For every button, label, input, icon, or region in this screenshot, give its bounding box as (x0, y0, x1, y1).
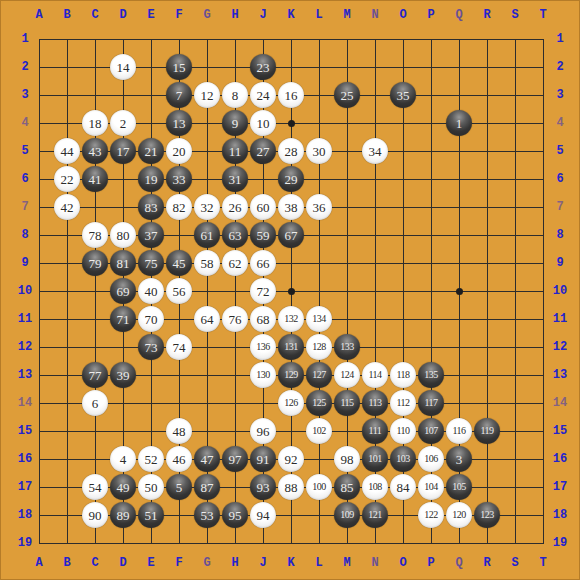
stone-white-f15[interactable]: 48 (166, 418, 192, 444)
stone-white-l5[interactable]: 30 (306, 138, 332, 164)
stone-white-g7[interactable]: 32 (194, 194, 220, 220)
stone-white-n17[interactable]: 108 (362, 474, 388, 500)
stone-white-h3[interactable]: 8 (222, 82, 248, 108)
stone-black-e8[interactable]: 37 (138, 222, 164, 248)
stone-white-b5[interactable]: 44 (54, 138, 80, 164)
stone-black-h8[interactable]: 63 (222, 222, 248, 248)
stone-white-h7[interactable]: 26 (222, 194, 248, 220)
stone-black-h18[interactable]: 95 (222, 502, 248, 528)
stone-black-j2[interactable]: 23 (250, 54, 276, 80)
stone-white-j4[interactable]: 10 (250, 110, 276, 136)
stone-white-j3[interactable]: 24 (250, 82, 276, 108)
stone-white-g3[interactable]: 12 (194, 82, 220, 108)
stone-black-d10[interactable]: 69 (110, 278, 136, 304)
stone-white-j10[interactable]: 72 (250, 278, 276, 304)
stone-white-o14[interactable]: 112 (390, 390, 416, 416)
stone-black-d13[interactable]: 39 (110, 362, 136, 388)
stone-white-f12[interactable]: 74 (166, 334, 192, 360)
stone-black-q4[interactable]: 1 (446, 110, 472, 136)
stone-black-e6[interactable]: 19 (138, 166, 164, 192)
stone-black-j16[interactable]: 91 (250, 446, 276, 472)
stone-black-c13[interactable]: 77 (82, 362, 108, 388)
stone-black-m12[interactable]: 133 (334, 334, 360, 360)
stone-black-f9[interactable]: 45 (166, 250, 192, 276)
stone-white-l17[interactable]: 100 (306, 474, 332, 500)
stone-white-c4[interactable]: 18 (82, 110, 108, 136)
stone-black-o3[interactable]: 35 (390, 82, 416, 108)
stone-black-d9[interactable]: 81 (110, 250, 136, 276)
stone-black-g16[interactable]: 47 (194, 446, 220, 472)
stone-white-m13[interactable]: 124 (334, 362, 360, 388)
stone-black-n15[interactable]: 111 (362, 418, 388, 444)
stone-black-m3[interactable]: 25 (334, 82, 360, 108)
stone-white-j12[interactable]: 136 (250, 334, 276, 360)
stone-black-m17[interactable]: 85 (334, 474, 360, 500)
stone-white-k14[interactable]: 126 (278, 390, 304, 416)
stone-white-l7[interactable]: 36 (306, 194, 332, 220)
stone-white-f16[interactable]: 46 (166, 446, 192, 472)
stone-white-f5[interactable]: 20 (166, 138, 192, 164)
stone-black-f2[interactable]: 15 (166, 54, 192, 80)
stone-white-l11[interactable]: 134 (306, 306, 332, 332)
stone-white-c14[interactable]: 6 (82, 390, 108, 416)
stone-white-j15[interactable]: 96 (250, 418, 276, 444)
stone-white-b7[interactable]: 42 (54, 194, 80, 220)
stone-white-n13[interactable]: 114 (362, 362, 388, 388)
stones-layer: 1234567891011121314151617181920212223242… (25, 25, 557, 557)
stone-black-g18[interactable]: 53 (194, 502, 220, 528)
stone-white-k7[interactable]: 38 (278, 194, 304, 220)
stone-black-e5[interactable]: 21 (138, 138, 164, 164)
stone-white-c18[interactable]: 90 (82, 502, 108, 528)
stone-white-e11[interactable]: 70 (138, 306, 164, 332)
stone-black-h16[interactable]: 97 (222, 446, 248, 472)
stone-white-q15[interactable]: 116 (446, 418, 472, 444)
stone-white-m16[interactable]: 98 (334, 446, 360, 472)
stone-black-r15[interactable]: 119 (474, 418, 500, 444)
stone-black-m14[interactable]: 115 (334, 390, 360, 416)
stone-white-o15[interactable]: 110 (390, 418, 416, 444)
stone-white-k3[interactable]: 16 (278, 82, 304, 108)
stone-white-d8[interactable]: 80 (110, 222, 136, 248)
stone-black-d5[interactable]: 17 (110, 138, 136, 164)
stone-white-o13[interactable]: 118 (390, 362, 416, 388)
stone-white-h9[interactable]: 62 (222, 250, 248, 276)
stone-white-k5[interactable]: 28 (278, 138, 304, 164)
stone-white-h11[interactable]: 76 (222, 306, 248, 332)
stone-black-m18[interactable]: 109 (334, 502, 360, 528)
stone-white-c8[interactable]: 78 (82, 222, 108, 248)
stone-black-k6[interactable]: 29 (278, 166, 304, 192)
stone-black-f4[interactable]: 13 (166, 110, 192, 136)
stone-black-k13[interactable]: 129 (278, 362, 304, 388)
stone-white-j9[interactable]: 66 (250, 250, 276, 276)
stone-white-l12[interactable]: 128 (306, 334, 332, 360)
stone-white-q18[interactable]: 120 (446, 502, 472, 528)
stone-white-o17[interactable]: 84 (390, 474, 416, 500)
stone-white-b6[interactable]: 22 (54, 166, 80, 192)
stone-white-k11[interactable]: 132 (278, 306, 304, 332)
stone-white-d2[interactable]: 14 (110, 54, 136, 80)
stone-black-r18[interactable]: 123 (474, 502, 500, 528)
stone-black-h5[interactable]: 11 (222, 138, 248, 164)
stone-black-l13[interactable]: 127 (306, 362, 332, 388)
stone-white-d16[interactable]: 4 (110, 446, 136, 472)
stone-black-c9[interactable]: 79 (82, 250, 108, 276)
stone-black-g17[interactable]: 87 (194, 474, 220, 500)
stone-black-f3[interactable]: 7 (166, 82, 192, 108)
stone-white-e10[interactable]: 40 (138, 278, 164, 304)
stone-white-k17[interactable]: 88 (278, 474, 304, 500)
stone-black-p15[interactable]: 107 (418, 418, 444, 444)
stone-black-j8[interactable]: 59 (250, 222, 276, 248)
stone-white-j11[interactable]: 68 (250, 306, 276, 332)
stone-white-e16[interactable]: 52 (138, 446, 164, 472)
stone-white-j7[interactable]: 60 (250, 194, 276, 220)
stone-black-n18[interactable]: 121 (362, 502, 388, 528)
stone-white-l15[interactable]: 102 (306, 418, 332, 444)
stone-black-k12[interactable]: 131 (278, 334, 304, 360)
stone-black-d11[interactable]: 71 (110, 306, 136, 332)
stone-black-c6[interactable]: 41 (82, 166, 108, 192)
go-board[interactable]: ABCDEFGHJKLMNOPQRST ABCDEFGHJKLMNOPQRST … (0, 0, 580, 580)
stone-black-p13[interactable]: 135 (418, 362, 444, 388)
stone-black-c5[interactable]: 43 (82, 138, 108, 164)
stone-black-f6[interactable]: 33 (166, 166, 192, 192)
stone-white-c17[interactable]: 54 (82, 474, 108, 500)
stone-black-g8[interactable]: 61 (194, 222, 220, 248)
stone-black-h4[interactable]: 9 (222, 110, 248, 136)
stone-black-j17[interactable]: 93 (250, 474, 276, 500)
stone-white-f7[interactable]: 82 (166, 194, 192, 220)
stone-white-n5[interactable]: 34 (362, 138, 388, 164)
stone-white-p17[interactable]: 104 (418, 474, 444, 500)
stone-black-h6[interactable]: 31 (222, 166, 248, 192)
stone-black-k8[interactable]: 67 (278, 222, 304, 248)
stone-black-o16[interactable]: 103 (390, 446, 416, 472)
stone-black-e7[interactable]: 83 (138, 194, 164, 220)
stone-black-d17[interactable]: 49 (110, 474, 136, 500)
stone-white-p18[interactable]: 122 (418, 502, 444, 528)
stone-white-d4[interactable]: 2 (110, 110, 136, 136)
stone-white-e17[interactable]: 50 (138, 474, 164, 500)
stone-white-f10[interactable]: 56 (166, 278, 192, 304)
stone-black-f17[interactable]: 5 (166, 474, 192, 500)
stone-white-k16[interactable]: 92 (278, 446, 304, 472)
stone-black-j5[interactable]: 27 (250, 138, 276, 164)
stone-black-q17[interactable]: 105 (446, 474, 472, 500)
stone-black-e18[interactable]: 51 (138, 502, 164, 528)
stone-white-j18[interactable]: 94 (250, 502, 276, 528)
stone-white-j13[interactable]: 130 (250, 362, 276, 388)
stone-white-g11[interactable]: 64 (194, 306, 220, 332)
stone-white-p16[interactable]: 106 (418, 446, 444, 472)
stone-black-q16[interactable]: 3 (446, 446, 472, 472)
stone-black-e9[interactable]: 75 (138, 250, 164, 276)
stone-black-p14[interactable]: 117 (418, 390, 444, 416)
stone-black-n16[interactable]: 101 (362, 446, 388, 472)
stone-black-d18[interactable]: 89 (110, 502, 136, 528)
stone-black-n14[interactable]: 113 (362, 390, 388, 416)
stone-black-e12[interactable]: 73 (138, 334, 164, 360)
stone-black-l14[interactable]: 125 (306, 390, 332, 416)
stone-white-g9[interactable]: 58 (194, 250, 220, 276)
